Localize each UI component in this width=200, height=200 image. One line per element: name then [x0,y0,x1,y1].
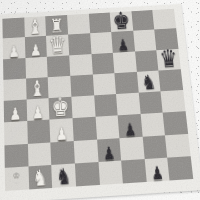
square-c4[interactable]: ♚ [49,97,73,120]
white-bishop-b8[interactable]: ♝ [27,17,42,38]
square-c2[interactable] [51,141,75,165]
square-c1[interactable]: ♞ [51,163,76,188]
square-a8[interactable] [2,18,24,39]
square-e4[interactable] [94,94,118,117]
white-knight-b1[interactable]: ♞ [32,167,48,190]
square-b2[interactable] [28,142,52,166]
square-d4[interactable] [71,95,95,118]
square-e5[interactable] [92,73,116,95]
chess-board: CHESS ♝♜♚♟♟♛♟♛♝♞♟♟♚♟♟♟♔···♞♞♟ [0,4,200,200]
square-c3[interactable]: ♟ [50,118,74,142]
crest-motto-text: ··· [15,180,19,184]
square-a6[interactable] [3,58,26,80]
square-f8[interactable]: ♚ [110,11,133,32]
photo-scene: CHESS ♝♜♚♟♟♛♟♛♝♞♟♟♚♟♟♟♔···♞♞♟ [0,0,200,200]
square-e6[interactable] [91,52,114,74]
square-g1[interactable]: ♟ [144,157,169,182]
square-g2[interactable] [142,135,167,159]
square-a2[interactable] [4,143,28,167]
square-b5[interactable]: ♝ [26,77,49,100]
square-h5[interactable] [159,69,183,91]
black-pawn-g1[interactable]: ♟ [151,164,165,183]
square-c7[interactable]: ♛ [46,35,69,57]
black-knight-g5[interactable]: ♞ [141,73,157,94]
square-f2[interactable] [119,136,144,160]
square-f1[interactable] [121,159,146,184]
black-pawn-e2[interactable]: ♟ [103,144,116,162]
square-h4[interactable] [161,90,186,113]
white-bishop-b5[interactable]: ♝ [29,78,45,100]
square-d5[interactable] [70,74,94,96]
square-a3[interactable] [4,121,27,145]
square-f4[interactable] [116,93,140,116]
square-d3[interactable] [72,117,96,141]
square-b4[interactable]: ♟ [26,98,49,121]
square-b8[interactable]: ♝ [24,16,46,37]
square-e2[interactable]: ♟ [97,138,122,162]
square-g6[interactable] [135,50,159,72]
board-border: CHESS ♝♜♚♟♟♛♟♛♝♞♟♟♚♟♟♟♔···♞♞♟ [0,4,200,200]
square-h8[interactable] [153,9,177,30]
square-c6[interactable] [47,55,70,77]
square-a7[interactable]: ♟ [3,37,25,59]
square-g8[interactable] [131,10,154,31]
board-grid: ♝♜♚♟♟♛♟♛♝♞♟♟♚♟♟♟♔···♞♞♟ [2,9,193,191]
square-b3[interactable] [27,120,51,144]
square-e1[interactable] [98,160,123,185]
square-f3[interactable]: ♟ [118,114,143,137]
square-d1[interactable] [75,162,100,187]
square-d8[interactable] [67,14,90,35]
square-e7[interactable] [90,32,113,53]
square-b1[interactable]: ♞ [28,165,52,190]
square-a5[interactable] [3,78,26,101]
square-g7[interactable] [133,30,157,51]
square-e3[interactable] [95,116,119,140]
square-f7[interactable]: ♟ [111,31,134,52]
square-h3[interactable] [163,111,188,134]
square-d7[interactable] [68,33,91,54]
square-d6[interactable] [69,54,92,76]
square-f6[interactable] [113,51,137,73]
square-a4[interactable]: ♟ [4,100,27,123]
black-queen-h6[interactable]: ♛ [159,46,179,71]
square-g3[interactable] [140,113,165,136]
crest-crown-icon: ♔ [13,172,21,181]
square-h1[interactable] [168,156,194,181]
square-h6[interactable]: ♛ [157,48,181,70]
square-g4[interactable] [139,91,164,114]
square-a1[interactable]: ♔··· [5,166,29,191]
black-knight-c1[interactable]: ♞ [56,166,72,189]
square-h2[interactable] [165,133,190,157]
square-g5[interactable]: ♞ [137,70,161,92]
square-b7[interactable]: ♟ [24,36,47,58]
white-king-c4[interactable]: ♚ [51,94,70,121]
black-pawn-f3[interactable]: ♟ [124,121,137,139]
black-king-f8[interactable]: ♚ [112,9,131,33]
square-d2[interactable] [74,139,98,163]
board-logo-crest: ♔··· [6,167,28,189]
board-brand-text: CHESS [0,80,3,96]
white-queen-c7[interactable]: ♛ [48,32,66,57]
square-f5[interactable] [114,72,138,94]
square-e8[interactable] [88,13,111,34]
